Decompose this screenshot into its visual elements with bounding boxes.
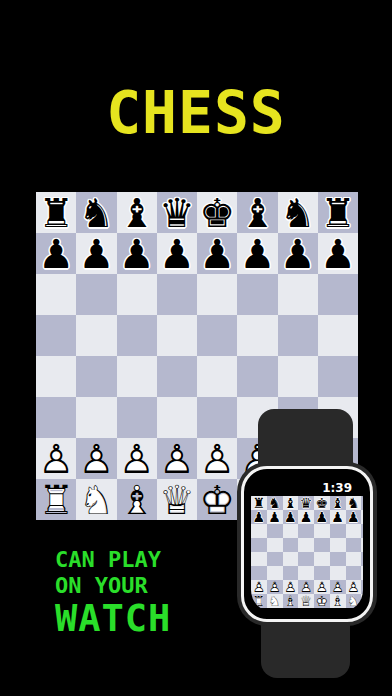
square-b6[interactable] bbox=[267, 524, 283, 538]
piece-black-pawn: ♟ bbox=[157, 233, 197, 274]
piece-white-pawn: ♟♙ bbox=[251, 580, 267, 594]
square-f4[interactable] bbox=[237, 356, 277, 397]
square-g5[interactable] bbox=[278, 315, 318, 356]
square-d2[interactable]: ♟♙ bbox=[298, 580, 314, 594]
square-c1[interactable]: ♝♗ bbox=[283, 594, 299, 608]
square-h1[interactable]: ♜♖ bbox=[361, 594, 363, 608]
caption-line-3: WATCH bbox=[55, 600, 171, 637]
piece-white-rook: ♜♖ bbox=[251, 594, 267, 608]
square-g3[interactable] bbox=[346, 566, 362, 580]
square-a1[interactable]: ♜♖ bbox=[36, 479, 76, 520]
piece-white-pawn: ♟♙ bbox=[283, 580, 299, 594]
square-c3[interactable] bbox=[117, 397, 157, 438]
piece-white-pawn: ♟♙ bbox=[346, 580, 362, 594]
square-f7[interactable]: ♟ bbox=[237, 233, 277, 274]
square-e7[interactable]: ♟ bbox=[314, 510, 330, 524]
piece-black-pawn: ♟ bbox=[278, 233, 318, 274]
square-d6[interactable] bbox=[298, 524, 314, 538]
square-d8[interactable]: ♛ bbox=[298, 496, 314, 510]
piece-black-rook: ♜ bbox=[318, 192, 358, 233]
square-a7[interactable]: ♟ bbox=[251, 510, 267, 524]
square-a3[interactable] bbox=[36, 397, 76, 438]
piece-black-knight: ♞ bbox=[346, 496, 362, 510]
square-c3[interactable] bbox=[283, 566, 299, 580]
square-b3[interactable] bbox=[76, 397, 116, 438]
square-b8[interactable]: ♞ bbox=[76, 192, 116, 233]
square-d3[interactable] bbox=[157, 397, 197, 438]
square-e1[interactable]: ♚♔ bbox=[197, 479, 237, 520]
square-b5[interactable] bbox=[76, 315, 116, 356]
square-b6[interactable] bbox=[76, 274, 116, 315]
square-b4[interactable] bbox=[267, 552, 283, 566]
piece-black-pawn: ♟ bbox=[251, 510, 267, 524]
square-c6[interactable] bbox=[283, 524, 299, 538]
square-d5[interactable] bbox=[298, 538, 314, 552]
square-e3[interactable] bbox=[314, 566, 330, 580]
square-d1[interactable]: ♛♕ bbox=[157, 479, 197, 520]
piece-white-bishop: ♝♗ bbox=[283, 594, 299, 608]
piece-white-rook: ♜♖ bbox=[36, 479, 76, 520]
piece-black-knight: ♞ bbox=[76, 192, 116, 233]
square-h4[interactable] bbox=[318, 356, 358, 397]
square-g6[interactable] bbox=[346, 524, 362, 538]
piece-black-rook: ♜ bbox=[251, 496, 267, 510]
square-f3[interactable] bbox=[330, 566, 346, 580]
square-g1[interactable]: ♞♘ bbox=[346, 594, 362, 608]
piece-black-pawn: ♟ bbox=[197, 233, 237, 274]
square-f2[interactable]: ♟♙ bbox=[330, 580, 346, 594]
square-a2[interactable]: ♟♙ bbox=[251, 580, 267, 594]
square-h5[interactable] bbox=[361, 538, 363, 552]
square-b3[interactable] bbox=[267, 566, 283, 580]
square-a8[interactable]: ♜ bbox=[251, 496, 267, 510]
square-e1[interactable]: ♚♔ bbox=[314, 594, 330, 608]
watch-bezel: 1:39 ♜♞♝♛♚♝♞♜♟♟♟♟♟♟♟♟♟♙♟♙♟♙♟♙♟♙♟♙♟♙♟♙♜♖♞… bbox=[241, 466, 373, 622]
square-f5[interactable] bbox=[237, 315, 277, 356]
piece-black-queen: ♛ bbox=[157, 192, 197, 233]
square-d2[interactable]: ♟♙ bbox=[157, 438, 197, 479]
piece-black-pawn: ♟ bbox=[267, 510, 283, 524]
square-d4[interactable] bbox=[157, 356, 197, 397]
piece-black-queen: ♛ bbox=[298, 496, 314, 510]
square-b4[interactable] bbox=[76, 356, 116, 397]
piece-white-queen: ♛♕ bbox=[298, 594, 314, 608]
square-b8[interactable]: ♞ bbox=[267, 496, 283, 510]
square-d7[interactable]: ♟ bbox=[298, 510, 314, 524]
piece-black-pawn: ♟ bbox=[346, 510, 362, 524]
square-g6[interactable] bbox=[278, 274, 318, 315]
piece-white-pawn: ♟♙ bbox=[157, 438, 197, 479]
square-h2[interactable]: ♟♙ bbox=[361, 580, 363, 594]
square-e7[interactable]: ♟ bbox=[197, 233, 237, 274]
square-e4[interactable] bbox=[197, 356, 237, 397]
square-g7[interactable]: ♟ bbox=[346, 510, 362, 524]
square-a5[interactable] bbox=[251, 538, 267, 552]
piece-black-rook: ♜ bbox=[361, 496, 363, 510]
square-h8[interactable]: ♜ bbox=[318, 192, 358, 233]
square-b1[interactable]: ♞♘ bbox=[267, 594, 283, 608]
square-b2[interactable]: ♟♙ bbox=[267, 580, 283, 594]
piece-white-pawn: ♟♙ bbox=[267, 580, 283, 594]
piece-black-pawn: ♟ bbox=[117, 233, 157, 274]
watch-chess-board: ♜♞♝♛♚♝♞♜♟♟♟♟♟♟♟♟♟♙♟♙♟♙♟♙♟♙♟♙♟♙♟♙♜♖♞♘♝♗♛♕… bbox=[251, 496, 363, 608]
square-a4[interactable] bbox=[251, 552, 267, 566]
watch-strap-top bbox=[258, 409, 353, 467]
square-f8[interactable]: ♝ bbox=[237, 192, 277, 233]
square-a2[interactable]: ♟♙ bbox=[36, 438, 76, 479]
piece-black-bishop: ♝ bbox=[237, 192, 277, 233]
piece-white-pawn: ♟♙ bbox=[314, 580, 330, 594]
piece-white-knight: ♞♘ bbox=[76, 479, 116, 520]
square-b7[interactable]: ♟ bbox=[76, 233, 116, 274]
square-g4[interactable] bbox=[278, 356, 318, 397]
square-e2[interactable]: ♟♙ bbox=[197, 438, 237, 479]
square-c7[interactable]: ♟ bbox=[283, 510, 299, 524]
square-b2[interactable]: ♟♙ bbox=[76, 438, 116, 479]
square-h3[interactable] bbox=[361, 566, 363, 580]
watch-face: 1:39 ♜♞♝♛♚♝♞♜♟♟♟♟♟♟♟♟♟♙♟♙♟♙♟♙♟♙♟♙♟♙♟♙♜♖♞… bbox=[237, 462, 377, 626]
piece-white-bishop: ♝♗ bbox=[330, 594, 346, 608]
square-f8[interactable]: ♝ bbox=[330, 496, 346, 510]
piece-black-pawn: ♟ bbox=[237, 233, 277, 274]
square-g7[interactable]: ♟ bbox=[278, 233, 318, 274]
square-d4[interactable] bbox=[298, 552, 314, 566]
app-title: CHESS bbox=[0, 84, 392, 142]
square-f5[interactable] bbox=[330, 538, 346, 552]
piece-black-bishop: ♝ bbox=[117, 192, 157, 233]
square-a3[interactable] bbox=[251, 566, 267, 580]
watch-clock: 1:39 bbox=[322, 482, 352, 494]
piece-black-rook: ♜ bbox=[36, 192, 76, 233]
square-h8[interactable]: ♜ bbox=[361, 496, 363, 510]
piece-white-pawn: ♟♙ bbox=[36, 438, 76, 479]
piece-white-pawn: ♟♙ bbox=[197, 438, 237, 479]
square-e8[interactable]: ♚ bbox=[197, 192, 237, 233]
square-g4[interactable] bbox=[346, 552, 362, 566]
square-h7[interactable]: ♟ bbox=[318, 233, 358, 274]
square-e5[interactable] bbox=[197, 315, 237, 356]
square-f4[interactable] bbox=[330, 552, 346, 566]
square-c6[interactable] bbox=[117, 274, 157, 315]
square-d8[interactable]: ♛ bbox=[157, 192, 197, 233]
square-g8[interactable]: ♞ bbox=[278, 192, 318, 233]
caption-line-2: ON YOUR bbox=[55, 575, 148, 597]
piece-black-pawn: ♟ bbox=[314, 510, 330, 524]
piece-white-pawn: ♟♙ bbox=[298, 580, 314, 594]
square-a5[interactable] bbox=[36, 315, 76, 356]
square-h6[interactable] bbox=[318, 274, 358, 315]
piece-black-bishop: ♝ bbox=[330, 496, 346, 510]
square-f7[interactable]: ♟ bbox=[330, 510, 346, 524]
square-h4[interactable] bbox=[361, 552, 363, 566]
square-c4[interactable] bbox=[117, 356, 157, 397]
piece-black-pawn: ♟ bbox=[36, 233, 76, 274]
square-c4[interactable] bbox=[283, 552, 299, 566]
square-c8[interactable]: ♝ bbox=[283, 496, 299, 510]
square-e6[interactable] bbox=[314, 524, 330, 538]
piece-black-knight: ♞ bbox=[278, 192, 318, 233]
piece-black-pawn: ♟ bbox=[283, 510, 299, 524]
piece-black-king: ♚ bbox=[314, 496, 330, 510]
square-f1[interactable]: ♝♗ bbox=[330, 594, 346, 608]
piece-black-pawn: ♟ bbox=[318, 233, 358, 274]
square-f6[interactable] bbox=[237, 274, 277, 315]
square-h6[interactable] bbox=[361, 524, 363, 538]
square-e2[interactable]: ♟♙ bbox=[314, 580, 330, 594]
square-a1[interactable]: ♜♖ bbox=[251, 594, 267, 608]
square-d5[interactable] bbox=[157, 315, 197, 356]
square-c8[interactable]: ♝ bbox=[117, 192, 157, 233]
piece-black-king: ♚ bbox=[197, 192, 237, 233]
piece-black-pawn: ♟ bbox=[330, 510, 346, 524]
piece-white-rook: ♜♖ bbox=[361, 594, 363, 608]
square-c5[interactable] bbox=[117, 315, 157, 356]
piece-white-knight: ♞♘ bbox=[346, 594, 362, 608]
square-e3[interactable] bbox=[197, 397, 237, 438]
square-d1[interactable]: ♛♕ bbox=[298, 594, 314, 608]
square-g2[interactable]: ♟♙ bbox=[346, 580, 362, 594]
square-c5[interactable] bbox=[283, 538, 299, 552]
square-b5[interactable] bbox=[267, 538, 283, 552]
square-a8[interactable]: ♜ bbox=[36, 192, 76, 233]
square-f6[interactable] bbox=[330, 524, 346, 538]
watch-screen: 1:39 ♜♞♝♛♚♝♞♜♟♟♟♟♟♟♟♟♟♙♟♙♟♙♟♙♟♙♟♙♟♙♟♙♜♖♞… bbox=[251, 476, 363, 612]
square-h5[interactable] bbox=[318, 315, 358, 356]
piece-black-knight: ♞ bbox=[267, 496, 283, 510]
square-c2[interactable]: ♟♙ bbox=[117, 438, 157, 479]
square-c7[interactable]: ♟ bbox=[117, 233, 157, 274]
square-a4[interactable] bbox=[36, 356, 76, 397]
caption-line-1: CAN PLAY bbox=[55, 549, 161, 571]
square-g5[interactable] bbox=[346, 538, 362, 552]
square-a6[interactable] bbox=[36, 274, 76, 315]
piece-white-queen: ♛♕ bbox=[157, 479, 197, 520]
piece-white-pawn: ♟♙ bbox=[330, 580, 346, 594]
square-b1[interactable]: ♞♘ bbox=[76, 479, 116, 520]
square-e5[interactable] bbox=[314, 538, 330, 552]
piece-white-bishop: ♝♗ bbox=[117, 479, 157, 520]
square-e4[interactable] bbox=[314, 552, 330, 566]
square-b7[interactable]: ♟ bbox=[267, 510, 283, 524]
square-h7[interactable]: ♟ bbox=[361, 510, 363, 524]
piece-white-knight: ♞♘ bbox=[267, 594, 283, 608]
piece-white-king: ♚♔ bbox=[197, 479, 237, 520]
square-g8[interactable]: ♞ bbox=[346, 496, 362, 510]
piece-black-bishop: ♝ bbox=[283, 496, 299, 510]
piece-white-pawn: ♟♙ bbox=[361, 580, 363, 594]
square-d3[interactable] bbox=[298, 566, 314, 580]
square-d6[interactable] bbox=[157, 274, 197, 315]
piece-white-king: ♚♔ bbox=[314, 594, 330, 608]
piece-black-pawn: ♟ bbox=[76, 233, 116, 274]
square-e8[interactable]: ♚ bbox=[314, 496, 330, 510]
piece-black-pawn: ♟ bbox=[361, 510, 363, 524]
square-c1[interactable]: ♝♗ bbox=[117, 479, 157, 520]
square-a6[interactable] bbox=[251, 524, 267, 538]
square-c2[interactable]: ♟♙ bbox=[283, 580, 299, 594]
square-e6[interactable] bbox=[197, 274, 237, 315]
piece-black-pawn: ♟ bbox=[298, 510, 314, 524]
square-d7[interactable]: ♟ bbox=[157, 233, 197, 274]
square-a7[interactable]: ♟ bbox=[36, 233, 76, 274]
piece-white-pawn: ♟♙ bbox=[117, 438, 157, 479]
piece-white-pawn: ♟♙ bbox=[76, 438, 116, 479]
